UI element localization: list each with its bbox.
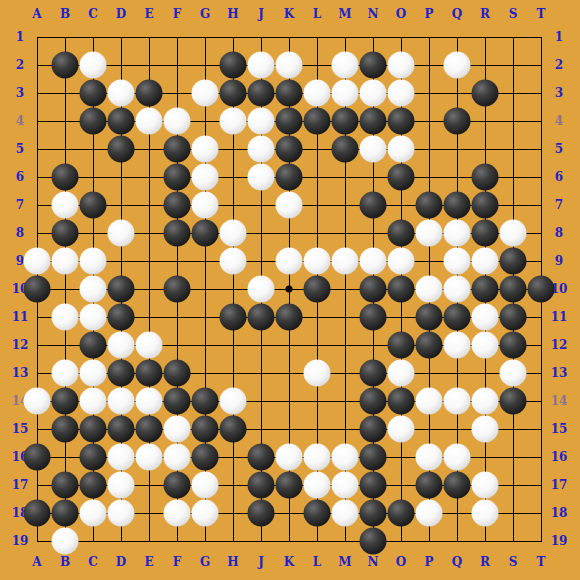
stone-black-A18[interactable] — [24, 500, 51, 527]
stone-white-K9[interactable] — [276, 248, 303, 275]
stone-black-J17[interactable] — [248, 472, 275, 499]
col-label-top-L: L — [313, 7, 321, 21]
stone-black-F10[interactable] — [164, 276, 191, 303]
stone-white-P18[interactable] — [416, 500, 443, 527]
stone-white-Q16[interactable] — [444, 444, 471, 471]
row-label-left-6: 6 — [16, 170, 24, 184]
stone-white-J5[interactable] — [248, 136, 275, 163]
stone-black-O18[interactable] — [388, 500, 415, 527]
stone-black-N16[interactable] — [360, 444, 387, 471]
grid-line-horizontal — [37, 541, 542, 542]
col-label-bottom-J: J — [258, 555, 264, 569]
stone-white-J4[interactable] — [248, 108, 275, 135]
col-label-top-D: D — [116, 7, 126, 21]
stone-white-Q2[interactable] — [444, 52, 471, 79]
stone-white-H14[interactable] — [220, 388, 247, 415]
col-label-top-J: J — [258, 7, 264, 21]
stone-black-F13[interactable] — [164, 360, 191, 387]
stone-white-H4[interactable] — [220, 108, 247, 135]
stone-black-L10[interactable] — [304, 276, 331, 303]
stone-white-M16[interactable] — [332, 444, 359, 471]
stone-black-P7[interactable] — [416, 192, 443, 219]
stone-black-G15[interactable] — [192, 416, 219, 443]
col-label-bottom-C: C — [88, 555, 98, 569]
stone-white-E14[interactable] — [136, 388, 163, 415]
row-label-right-12: 12 — [551, 338, 568, 352]
row-label-left-1: 1 — [16, 30, 24, 44]
stone-white-D14[interactable] — [108, 388, 135, 415]
stone-white-G6[interactable] — [192, 164, 219, 191]
stone-white-Q14[interactable] — [444, 388, 471, 415]
stone-black-R6[interactable] — [472, 164, 499, 191]
col-label-bottom-D: D — [116, 555, 126, 569]
stone-black-Q17[interactable] — [444, 472, 471, 499]
row-label-right-11: 11 — [551, 310, 568, 324]
row-label-right-19: 19 — [551, 534, 568, 548]
col-label-top-B: B — [60, 7, 70, 21]
stone-black-G8[interactable] — [192, 220, 219, 247]
stone-black-A16[interactable] — [24, 444, 51, 471]
stone-white-J2[interactable] — [248, 52, 275, 79]
stone-white-P10[interactable] — [416, 276, 443, 303]
stone-black-F6[interactable] — [164, 164, 191, 191]
stone-white-C14[interactable] — [80, 388, 107, 415]
stone-white-E4[interactable] — [136, 108, 163, 135]
stone-white-L17[interactable] — [304, 472, 331, 499]
stone-black-K5[interactable] — [276, 136, 303, 163]
stone-white-O3[interactable] — [388, 80, 415, 107]
stone-black-J11[interactable] — [248, 304, 275, 331]
stone-white-L9[interactable] — [304, 248, 331, 275]
stone-black-E3[interactable] — [136, 80, 163, 107]
stone-white-M9[interactable] — [332, 248, 359, 275]
stone-white-Q8[interactable] — [444, 220, 471, 247]
col-label-top-Q: Q — [452, 7, 462, 21]
stone-black-N4[interactable] — [360, 108, 387, 135]
stone-white-C2[interactable] — [80, 52, 107, 79]
stone-black-R10[interactable] — [472, 276, 499, 303]
stone-white-P14[interactable] — [416, 388, 443, 415]
stone-white-G17[interactable] — [192, 472, 219, 499]
stone-white-F4[interactable] — [164, 108, 191, 135]
stone-black-N7[interactable] — [360, 192, 387, 219]
col-label-top-R: R — [480, 7, 490, 21]
stone-white-L13[interactable] — [304, 360, 331, 387]
row-label-left-2: 2 — [16, 58, 24, 72]
stone-white-D12[interactable] — [108, 332, 135, 359]
stone-black-L18[interactable] — [304, 500, 331, 527]
stone-white-C10[interactable] — [80, 276, 107, 303]
row-label-left-15: 15 — [12, 422, 29, 436]
stone-black-C15[interactable] — [80, 416, 107, 443]
stone-black-D13[interactable] — [108, 360, 135, 387]
stone-white-S8[interactable] — [500, 220, 527, 247]
col-label-bottom-T: T — [537, 555, 546, 569]
stone-black-C3[interactable] — [80, 80, 107, 107]
stone-white-R15[interactable] — [472, 416, 499, 443]
row-label-left-8: 8 — [16, 226, 24, 240]
stone-black-B17[interactable] — [52, 472, 79, 499]
stone-black-M4[interactable] — [332, 108, 359, 135]
stone-black-O6[interactable] — [388, 164, 415, 191]
col-label-top-K: K — [284, 7, 294, 21]
row-label-left-3: 3 — [16, 86, 24, 100]
stone-black-S11[interactable] — [500, 304, 527, 331]
stone-black-F5[interactable] — [164, 136, 191, 163]
row-label-right-2: 2 — [555, 58, 563, 72]
stone-white-M2[interactable] — [332, 52, 359, 79]
col-label-bottom-N: N — [368, 555, 379, 569]
stone-white-G7[interactable] — [192, 192, 219, 219]
stone-white-G18[interactable] — [192, 500, 219, 527]
stone-white-K16[interactable] — [276, 444, 303, 471]
stone-white-K2[interactable] — [276, 52, 303, 79]
row-label-left-19: 19 — [12, 534, 29, 548]
stone-white-B7[interactable] — [52, 192, 79, 219]
stone-black-S10[interactable] — [500, 276, 527, 303]
stone-white-H8[interactable] — [220, 220, 247, 247]
stone-white-C9[interactable] — [80, 248, 107, 275]
stone-black-J18[interactable] — [248, 500, 275, 527]
stone-black-N17[interactable] — [360, 472, 387, 499]
row-label-right-7: 7 — [555, 198, 563, 212]
stone-black-N10[interactable] — [360, 276, 387, 303]
hoshi-point — [286, 286, 293, 293]
col-label-top-N: N — [368, 7, 379, 21]
col-label-top-S: S — [509, 7, 518, 21]
stone-white-O13[interactable] — [388, 360, 415, 387]
stone-white-H9[interactable] — [220, 248, 247, 275]
stone-black-N19[interactable] — [360, 528, 387, 555]
stone-black-K17[interactable] — [276, 472, 303, 499]
row-label-right-3: 3 — [555, 86, 563, 100]
stone-white-B9[interactable] — [52, 248, 79, 275]
row-label-left-11: 11 — [12, 310, 29, 324]
stone-black-R7[interactable] — [472, 192, 499, 219]
stone-white-Q9[interactable] — [444, 248, 471, 275]
stone-black-C16[interactable] — [80, 444, 107, 471]
stone-white-R17[interactable] — [472, 472, 499, 499]
stone-black-O8[interactable] — [388, 220, 415, 247]
stone-black-B6[interactable] — [52, 164, 79, 191]
stone-black-N11[interactable] — [360, 304, 387, 331]
row-label-left-12: 12 — [12, 338, 29, 352]
stone-black-N13[interactable] — [360, 360, 387, 387]
stone-black-N18[interactable] — [360, 500, 387, 527]
stone-white-R9[interactable] — [472, 248, 499, 275]
stone-white-D17[interactable] — [108, 472, 135, 499]
col-label-bottom-F: F — [173, 555, 182, 569]
stone-white-O2[interactable] — [388, 52, 415, 79]
stone-white-M3[interactable] — [332, 80, 359, 107]
stone-black-B14[interactable] — [52, 388, 79, 415]
stone-black-S9[interactable] — [500, 248, 527, 275]
stone-white-A9[interactable] — [24, 248, 51, 275]
stone-black-A10[interactable] — [24, 276, 51, 303]
stone-black-D11[interactable] — [108, 304, 135, 331]
stone-black-O4[interactable] — [388, 108, 415, 135]
stone-black-C7[interactable] — [80, 192, 107, 219]
row-label-left-7: 7 — [16, 198, 24, 212]
stone-white-E12[interactable] — [136, 332, 163, 359]
stone-white-G5[interactable] — [192, 136, 219, 163]
stone-white-C11[interactable] — [80, 304, 107, 331]
stone-white-R14[interactable] — [472, 388, 499, 415]
col-label-bottom-H: H — [227, 555, 238, 569]
stone-black-B15[interactable] — [52, 416, 79, 443]
stone-black-H3[interactable] — [220, 80, 247, 107]
col-label-bottom-S: S — [509, 555, 518, 569]
stone-white-G3[interactable] — [192, 80, 219, 107]
row-label-left-13: 13 — [12, 366, 29, 380]
col-label-top-O: O — [396, 7, 406, 21]
stone-black-B2[interactable] — [52, 52, 79, 79]
stone-white-S13[interactable] — [500, 360, 527, 387]
stone-black-M5[interactable] — [332, 136, 359, 163]
stone-black-L4[interactable] — [304, 108, 331, 135]
stone-black-E15[interactable] — [136, 416, 163, 443]
stone-white-D16[interactable] — [108, 444, 135, 471]
col-label-bottom-B: B — [60, 555, 70, 569]
row-label-right-15: 15 — [551, 422, 568, 436]
row-label-right-13: 13 — [551, 366, 568, 380]
row-label-right-5: 5 — [555, 142, 563, 156]
row-label-right-1: 1 — [555, 30, 563, 44]
stone-white-O15[interactable] — [388, 416, 415, 443]
row-label-right-4: 4 — [555, 114, 563, 128]
stone-white-Q10[interactable] — [444, 276, 471, 303]
col-label-top-E: E — [144, 7, 153, 21]
stone-black-K3[interactable] — [276, 80, 303, 107]
stone-white-O9[interactable] — [388, 248, 415, 275]
stone-white-L3[interactable] — [304, 80, 331, 107]
stone-black-N2[interactable] — [360, 52, 387, 79]
stone-black-P12[interactable] — [416, 332, 443, 359]
col-label-top-H: H — [227, 7, 238, 21]
col-label-bottom-M: M — [338, 555, 351, 569]
stone-white-D18[interactable] — [108, 500, 135, 527]
stone-white-N3[interactable] — [360, 80, 387, 107]
stone-black-J3[interactable] — [248, 80, 275, 107]
stone-white-N9[interactable] — [360, 248, 387, 275]
stone-white-F16[interactable] — [164, 444, 191, 471]
col-label-bottom-L: L — [313, 555, 321, 569]
row-label-right-17: 17 — [551, 478, 568, 492]
stone-white-J6[interactable] — [248, 164, 275, 191]
stone-white-A14[interactable] — [24, 388, 51, 415]
col-label-top-T: T — [537, 7, 546, 21]
stone-black-B18[interactable] — [52, 500, 79, 527]
stone-white-E16[interactable] — [136, 444, 163, 471]
stone-black-R3[interactable] — [472, 80, 499, 107]
stone-black-D10[interactable] — [108, 276, 135, 303]
stone-white-D3[interactable] — [108, 80, 135, 107]
stone-black-P17[interactable] — [416, 472, 443, 499]
stone-black-C4[interactable] — [80, 108, 107, 135]
col-label-top-A: A — [32, 7, 41, 21]
col-label-top-M: M — [338, 7, 351, 21]
stone-black-H11[interactable] — [220, 304, 247, 331]
stone-black-E13[interactable] — [136, 360, 163, 387]
col-label-bottom-R: R — [480, 555, 490, 569]
go-board[interactable]: AABBCCDDEEFFGGHHJJKKLLMMNNOOPPQQRRSSTT11… — [0, 0, 580, 580]
stone-black-O12[interactable] — [388, 332, 415, 359]
stone-black-P11[interactable] — [416, 304, 443, 331]
stone-black-K11[interactable] — [276, 304, 303, 331]
stone-white-K7[interactable] — [276, 192, 303, 219]
col-label-top-C: C — [88, 7, 98, 21]
stone-black-F8[interactable] — [164, 220, 191, 247]
stone-black-D15[interactable] — [108, 416, 135, 443]
col-label-bottom-E: E — [144, 555, 153, 569]
row-label-left-4: 4 — [16, 114, 24, 128]
stone-white-C13[interactable] — [80, 360, 107, 387]
stone-black-J16[interactable] — [248, 444, 275, 471]
stone-white-O5[interactable] — [388, 136, 415, 163]
stone-white-F15[interactable] — [164, 416, 191, 443]
stone-white-J10[interactable] — [248, 276, 275, 303]
stone-black-F7[interactable] — [164, 192, 191, 219]
stone-white-P8[interactable] — [416, 220, 443, 247]
col-label-bottom-O: O — [396, 555, 406, 569]
stone-white-R18[interactable] — [472, 500, 499, 527]
col-label-top-P: P — [424, 7, 433, 21]
row-label-right-9: 9 — [555, 254, 563, 268]
stone-white-R12[interactable] — [472, 332, 499, 359]
stone-black-B8[interactable] — [52, 220, 79, 247]
stone-black-Q4[interactable] — [444, 108, 471, 135]
stone-black-S14[interactable] — [500, 388, 527, 415]
stone-black-H2[interactable] — [220, 52, 247, 79]
col-label-bottom-P: P — [424, 555, 433, 569]
stone-white-M17[interactable] — [332, 472, 359, 499]
stone-white-R11[interactable] — [472, 304, 499, 331]
stone-black-F17[interactable] — [164, 472, 191, 499]
stone-black-O14[interactable] — [388, 388, 415, 415]
stone-black-H15[interactable] — [220, 416, 247, 443]
col-label-bottom-A: A — [32, 555, 41, 569]
stone-black-G16[interactable] — [192, 444, 219, 471]
stone-black-N14[interactable] — [360, 388, 387, 415]
stone-black-F14[interactable] — [164, 388, 191, 415]
row-label-right-6: 6 — [555, 170, 563, 184]
col-label-top-F: F — [173, 7, 182, 21]
stone-white-N5[interactable] — [360, 136, 387, 163]
stone-white-D8[interactable] — [108, 220, 135, 247]
stone-black-C17[interactable] — [80, 472, 107, 499]
stone-white-B19[interactable] — [52, 528, 79, 555]
col-label-bottom-Q: Q — [452, 555, 462, 569]
stone-black-K6[interactable] — [276, 164, 303, 191]
stone-black-C12[interactable] — [80, 332, 107, 359]
stone-white-P16[interactable] — [416, 444, 443, 471]
stone-black-O10[interactable] — [388, 276, 415, 303]
row-label-right-8: 8 — [555, 226, 563, 240]
row-label-left-5: 5 — [16, 142, 24, 156]
stone-black-Q7[interactable] — [444, 192, 471, 219]
row-label-right-18: 18 — [551, 506, 568, 520]
row-label-right-16: 16 — [551, 450, 568, 464]
stone-black-S12[interactable] — [500, 332, 527, 359]
stone-black-R8[interactable] — [472, 220, 499, 247]
row-label-right-14: 14 — [551, 394, 568, 408]
stone-white-Q12[interactable] — [444, 332, 471, 359]
stone-black-D4[interactable] — [108, 108, 135, 135]
stone-white-B11[interactable] — [52, 304, 79, 331]
stone-white-M18[interactable] — [332, 500, 359, 527]
stone-black-T10[interactable] — [528, 276, 555, 303]
stone-black-D5[interactable] — [108, 136, 135, 163]
stone-white-B13[interactable] — [52, 360, 79, 387]
row-label-left-17: 17 — [12, 478, 29, 492]
col-label-bottom-K: K — [284, 555, 294, 569]
col-label-bottom-G: G — [200, 555, 210, 569]
stone-white-C18[interactable] — [80, 500, 107, 527]
stone-white-L16[interactable] — [304, 444, 331, 471]
stone-white-F18[interactable] — [164, 500, 191, 527]
stone-black-Q11[interactable] — [444, 304, 471, 331]
stone-black-K4[interactable] — [276, 108, 303, 135]
col-label-top-G: G — [200, 7, 210, 21]
stone-black-N15[interactable] — [360, 416, 387, 443]
stone-black-G14[interactable] — [192, 388, 219, 415]
